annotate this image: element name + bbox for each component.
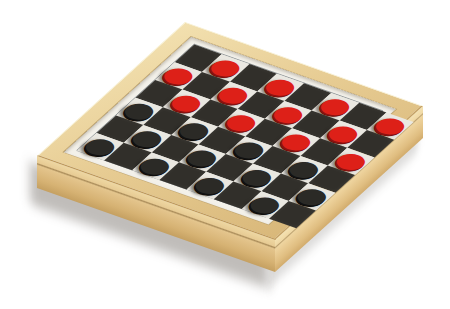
product-photo-scene: ●●●●●●●●●●●●●●●●●●●●●●●● — [0, 0, 450, 309]
